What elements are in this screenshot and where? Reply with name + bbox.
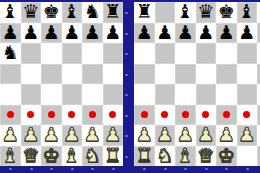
square-c4-left[interactable] (0, 84, 21, 105)
coordinate-tick (143, 168, 146, 170)
square-g8-left[interactable]: ♞ (82, 2, 103, 23)
board-divider (124, 0, 134, 173)
square-f2-left[interactable]: ♟ (62, 125, 83, 146)
white-pawn-icon: ♟ (257, 124, 260, 145)
coordinate-tick (125, 115, 128, 117)
coordinate-tick (71, 168, 74, 170)
square-g1-left[interactable]: ♞ (82, 146, 103, 167)
square-d2-left[interactable]: ♟ (21, 125, 42, 146)
black-pawn-icon: ♟ (41, 22, 62, 43)
coordinate-tick (125, 12, 128, 14)
square-g7-right[interactable]: ♟ (257, 23, 260, 44)
square-f7-left[interactable]: ♟ (62, 23, 83, 44)
black-pawn-icon: ♟ (216, 22, 237, 43)
white-knight-icon: ♞ (82, 145, 103, 166)
square-d4-right[interactable] (196, 84, 217, 105)
square-e6-left[interactable] (41, 43, 62, 64)
square-c3-left[interactable] (0, 105, 21, 126)
coordinate-tick (125, 94, 128, 96)
square-c3-right[interactable] (175, 105, 196, 126)
square-d8-left[interactable]: ♛ (21, 2, 42, 23)
black-queen-icon: ♛ (21, 2, 42, 22)
square-f1-left[interactable]: ♝ (62, 146, 83, 167)
black-king-icon: ♚ (216, 2, 237, 22)
white-bishop-icon: ♝ (62, 145, 83, 166)
black-pawn-icon: ♟ (103, 22, 124, 43)
square-a5-right[interactable] (134, 64, 155, 85)
square-a8-right[interactable]: ♜ (134, 2, 155, 23)
black-rook-icon: ♜ (134, 2, 155, 22)
move-hint-dot (68, 111, 75, 118)
coordinate-tick (205, 168, 208, 170)
move-hint-dot (7, 111, 14, 118)
square-e7-left[interactable]: ♟ (41, 23, 62, 44)
square-f6-right[interactable] (237, 43, 258, 64)
coordinate-tick (125, 156, 128, 158)
square-g1-right[interactable]: ♞ (257, 146, 260, 167)
square-f7-right[interactable]: ♟ (237, 23, 258, 44)
move-hint-dot (27, 111, 34, 118)
black-bishop-icon: ♝ (62, 2, 83, 22)
white-rook-icon: ♜ (103, 145, 124, 166)
square-d5-left[interactable] (21, 64, 42, 85)
square-c1-left[interactable]: ♝ (0, 146, 21, 167)
square-d3-right[interactable] (196, 105, 217, 126)
coordinate-tick (125, 53, 128, 55)
square-f3-left[interactable] (62, 105, 83, 126)
board-window-right: ♜♝♛♚♝♞♜♟♟♟♟♟♟♟♟♟♟♟♟♟♟♟♟♜♞♝♛♚♞♜ (134, 2, 260, 166)
board-window-left: ♜♝♛♚♝♞♜♟♟♟♟♟♟♟♟♞♟♟♟♟♟♟♟♟♜♞♝♛♚♝♞♜ (0, 2, 124, 166)
black-pawn-icon: ♟ (237, 22, 258, 43)
coordinate-tick (125, 33, 128, 35)
square-c4-right[interactable] (175, 84, 196, 105)
square-e8-right[interactable]: ♚ (216, 2, 237, 23)
white-king-icon: ♚ (216, 145, 237, 166)
square-b6-right[interactable] (155, 43, 176, 64)
square-c6-right[interactable] (175, 43, 196, 64)
square-h1-left[interactable]: ♜ (103, 146, 124, 167)
black-knight-icon: ♞ (82, 2, 103, 22)
square-e2-right[interactable]: ♟ (216, 125, 237, 146)
square-c6-left[interactable]: ♞ (0, 43, 21, 64)
square-c2-right[interactable]: ♟ (175, 125, 196, 146)
black-pawn-icon: ♟ (134, 22, 155, 43)
square-b1-right[interactable]: ♞ (155, 146, 176, 167)
white-knight-icon: ♞ (257, 145, 260, 166)
move-hint-dot (89, 111, 96, 118)
square-h6-left[interactable] (103, 43, 124, 64)
square-e4-right[interactable] (216, 84, 237, 105)
white-bishop-icon: ♝ (0, 145, 21, 166)
square-g6-right[interactable] (257, 43, 260, 64)
black-pawn-icon: ♟ (155, 22, 176, 43)
square-b3-right[interactable] (155, 105, 176, 126)
square-d8-right[interactable]: ♛ (196, 2, 217, 23)
square-g5-left[interactable] (82, 64, 103, 85)
coordinate-tick (125, 74, 128, 76)
square-d4-left[interactable] (21, 84, 42, 105)
square-h5-left[interactable] (103, 64, 124, 85)
square-d5-right[interactable] (196, 64, 217, 85)
white-pawn-icon: ♟ (103, 124, 124, 145)
square-a6-right[interactable] (134, 43, 155, 64)
white-knight-icon: ♞ (155, 145, 176, 166)
black-pawn-icon: ♟ (196, 22, 217, 43)
square-f2-right[interactable]: ♟ (237, 125, 258, 146)
black-bishop-icon: ♝ (0, 2, 21, 22)
square-d6-left[interactable] (21, 43, 42, 64)
coordinate-tick (112, 168, 115, 170)
coordinate-tick (9, 168, 12, 170)
square-g2-left[interactable]: ♟ (82, 125, 103, 146)
square-h4-left[interactable] (103, 84, 124, 105)
black-rook-icon: ♜ (103, 2, 124, 22)
black-king-icon: ♚ (41, 2, 62, 22)
black-pawn-icon: ♟ (0, 22, 21, 43)
square-c1-right[interactable]: ♝ (175, 146, 196, 167)
white-pawn-icon: ♟ (82, 124, 103, 145)
square-d6-right[interactable] (196, 43, 217, 64)
square-a1-right[interactable]: ♜ (134, 146, 155, 167)
square-f8-right[interactable]: ♝ (237, 2, 258, 23)
square-d1-right[interactable]: ♛ (196, 146, 217, 167)
move-hint-dot (141, 111, 148, 118)
square-g6-left[interactable] (82, 43, 103, 64)
square-a7-right[interactable]: ♟ (134, 23, 155, 44)
move-hint-dot (243, 111, 250, 118)
square-c8-left[interactable]: ♝ (0, 2, 21, 23)
black-knight-icon: ♞ (257, 2, 260, 22)
square-g4-right[interactable] (257, 84, 260, 105)
white-pawn-icon: ♟ (134, 124, 155, 145)
move-hint-dot (182, 111, 189, 118)
square-a4-right[interactable] (134, 84, 155, 105)
black-pawn-icon: ♟ (21, 22, 42, 43)
square-e6-right[interactable] (216, 43, 237, 64)
white-pawn-icon: ♟ (216, 124, 237, 145)
square-h2-left[interactable]: ♟ (103, 125, 124, 146)
square-b2-right[interactable]: ♟ (155, 125, 176, 146)
square-g2-right[interactable]: ♟ (257, 125, 260, 146)
square-g4-left[interactable] (82, 84, 103, 105)
black-pawn-icon: ♟ (82, 22, 103, 43)
square-d7-left[interactable]: ♟ (21, 23, 42, 44)
move-hint-dot (161, 111, 168, 118)
square-c7-left[interactable]: ♟ (0, 23, 21, 44)
square-b8-right[interactable] (155, 2, 176, 23)
square-f5-right[interactable] (237, 64, 258, 85)
white-rook-icon: ♜ (134, 145, 155, 166)
coordinate-tick (246, 168, 249, 170)
coordinate-tick (225, 168, 228, 170)
square-f5-left[interactable] (62, 64, 83, 85)
square-g8-right[interactable]: ♞ (257, 2, 260, 23)
square-e2-left[interactable]: ♟ (41, 125, 62, 146)
square-g7-left[interactable]: ♟ (82, 23, 103, 44)
black-bishop-icon: ♝ (237, 2, 258, 22)
chess-board-right[interactable]: ♜♝♛♚♝♞♜♟♟♟♟♟♟♟♟♟♟♟♟♟♟♟♟♜♞♝♛♚♞♜ (134, 2, 260, 166)
square-e4-left[interactable] (41, 84, 62, 105)
black-queen-icon: ♛ (196, 2, 217, 22)
black-pawn-icon: ♟ (257, 22, 260, 43)
white-pawn-icon: ♟ (62, 124, 83, 145)
black-bishop-icon: ♝ (175, 2, 196, 22)
move-hint-dot (223, 111, 230, 118)
square-c8-right[interactable]: ♝ (175, 2, 196, 23)
two-board-chess-client: ♜♝♛♚♝♞♜♟♟♟♟♟♟♟♟♞♟♟♟♟♟♟♟♟♜♞♝♛♚♝♞♜ ♜♝♛♚♝♞♜… (0, 0, 260, 173)
square-b4-right[interactable] (155, 84, 176, 105)
white-pawn-icon: ♟ (21, 124, 42, 145)
square-c7-right[interactable]: ♟ (175, 23, 196, 44)
square-c5-left[interactable] (0, 64, 21, 85)
square-e3-right[interactable] (216, 105, 237, 126)
square-e7-right[interactable]: ♟ (216, 23, 237, 44)
white-pawn-icon: ♟ (0, 124, 21, 145)
square-f6-left[interactable] (62, 43, 83, 64)
black-pawn-icon: ♟ (175, 22, 196, 43)
chess-board-left[interactable]: ♜♝♛♚♝♞♜♟♟♟♟♟♟♟♟♞♟♟♟♟♟♟♟♟♜♞♝♛♚♝♞♜ (0, 2, 123, 166)
white-pawn-icon: ♟ (175, 124, 196, 145)
black-pawn-icon: ♟ (62, 22, 83, 43)
square-f3-right[interactable] (237, 105, 258, 126)
square-d3-left[interactable] (21, 105, 42, 126)
white-pawn-icon: ♟ (196, 124, 217, 145)
white-king-icon: ♚ (41, 145, 62, 166)
square-h3-left[interactable] (103, 105, 124, 126)
square-g3-right[interactable] (257, 105, 260, 126)
move-hint-dot (202, 111, 209, 118)
coordinate-tick (184, 168, 187, 170)
square-c5-right[interactable] (175, 64, 196, 85)
square-f4-right[interactable] (237, 84, 258, 105)
move-hint-dot (48, 111, 55, 118)
coordinate-tick (50, 168, 53, 170)
square-e1-right[interactable]: ♚ (216, 146, 237, 167)
move-hint-dot (109, 111, 116, 118)
square-c2-left[interactable]: ♟ (0, 125, 21, 146)
square-b5-right[interactable] (155, 64, 176, 85)
white-bishop-icon: ♝ (175, 145, 196, 166)
square-a2-right[interactable]: ♟ (134, 125, 155, 146)
square-h8-left[interactable]: ♜ (103, 2, 124, 23)
white-pawn-icon: ♟ (237, 124, 258, 145)
coordinate-tick (91, 168, 94, 170)
coordinate-tick (164, 168, 167, 170)
square-e8-left[interactable]: ♚ (41, 2, 62, 23)
square-g3-left[interactable] (82, 105, 103, 126)
square-d7-right[interactable]: ♟ (196, 23, 217, 44)
square-a3-right[interactable] (134, 105, 155, 126)
white-pawn-icon: ♟ (155, 124, 176, 145)
square-e3-left[interactable] (41, 105, 62, 126)
white-pawn-icon: ♟ (41, 124, 62, 145)
square-b7-right[interactable]: ♟ (155, 23, 176, 44)
square-d1-left[interactable]: ♛ (21, 146, 42, 167)
coordinate-tick (30, 168, 33, 170)
square-d2-right[interactable]: ♟ (196, 125, 217, 146)
white-queen-icon: ♛ (196, 145, 217, 166)
square-e5-left[interactable] (41, 64, 62, 85)
white-queen-icon: ♛ (21, 145, 42, 166)
square-h7-left[interactable]: ♟ (103, 23, 124, 44)
square-g5-right[interactable] (257, 64, 260, 85)
square-e5-right[interactable] (216, 64, 237, 85)
black-knight-icon: ♞ (0, 42, 21, 63)
square-f1-right[interactable] (237, 146, 258, 167)
square-f8-left[interactable]: ♝ (62, 2, 83, 23)
square-e1-left[interactable]: ♚ (41, 146, 62, 167)
coordinate-tick (125, 135, 128, 137)
square-f4-left[interactable] (62, 84, 83, 105)
